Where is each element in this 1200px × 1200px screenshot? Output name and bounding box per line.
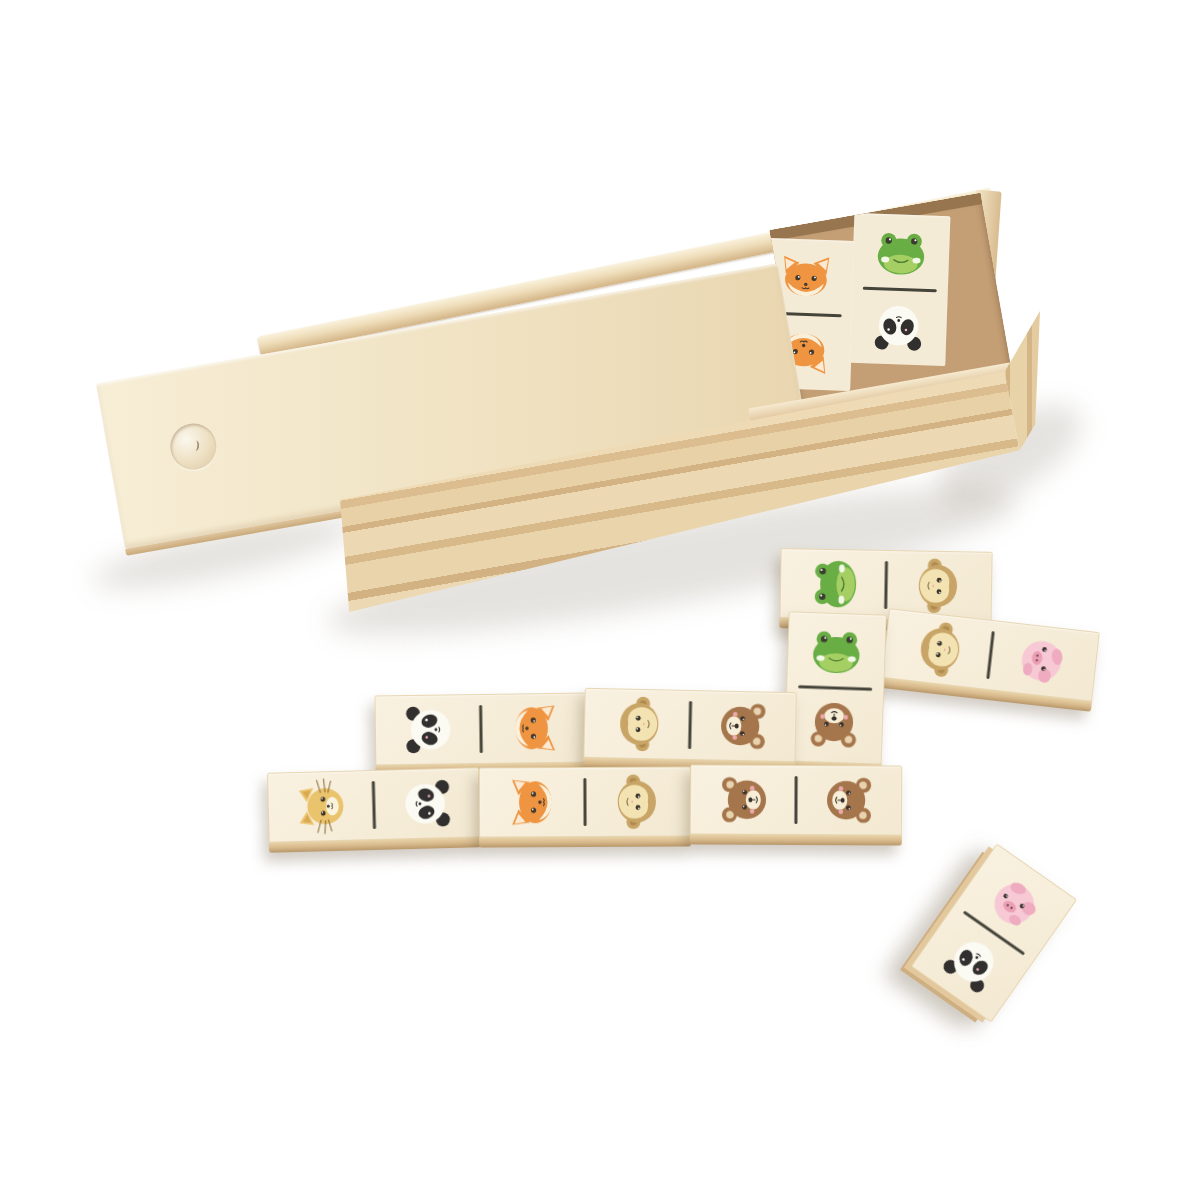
bear-face-icon xyxy=(804,695,864,755)
bear-face-icon xyxy=(819,771,877,829)
fox-face-icon xyxy=(503,773,561,831)
frog-face-icon xyxy=(871,222,931,282)
panda-face-icon xyxy=(397,774,456,833)
domino-half-monkey xyxy=(585,767,690,836)
domino-half-panda xyxy=(849,288,948,366)
monkey-face-icon xyxy=(608,773,666,831)
domino-half-panda xyxy=(373,768,480,839)
domino-half-pig xyxy=(987,621,1099,700)
cat-face-icon xyxy=(292,777,351,836)
fox-face-icon xyxy=(776,247,836,307)
pig-face-icon xyxy=(1011,629,1075,693)
domino-monkey-bear[interactable] xyxy=(583,688,797,772)
panda-face-icon xyxy=(399,700,458,759)
bear-face-icon xyxy=(713,696,772,755)
lid-thumb-notch[interactable] xyxy=(167,420,220,473)
frog-face-icon xyxy=(806,621,866,681)
domino-half-panda xyxy=(375,695,481,764)
domino-divider-line xyxy=(583,778,586,827)
domino-half-cat xyxy=(268,771,375,842)
domino-face xyxy=(911,843,1077,1022)
domino-face xyxy=(479,766,691,837)
panda-face-icon xyxy=(869,297,929,357)
domino-half-monkey xyxy=(882,609,994,688)
domino-face xyxy=(849,213,950,366)
domino-monkey-pig[interactable] xyxy=(880,608,1100,711)
domino-divider-line xyxy=(794,776,797,825)
domino-pig-panda[interactable] xyxy=(911,843,1077,1022)
domino-half-monkey xyxy=(584,689,690,759)
domino-half-frog xyxy=(781,549,887,619)
domino-half-bear xyxy=(689,691,795,761)
domino-face xyxy=(784,611,887,764)
monkey-face-icon xyxy=(608,694,667,753)
domino-half-bear xyxy=(691,765,796,834)
product-photo-scene xyxy=(0,0,1200,1200)
domino-half-frog xyxy=(787,612,886,689)
domino-half-fox xyxy=(480,768,585,837)
domino-panda-fox[interactable] xyxy=(374,693,587,776)
domino-face xyxy=(267,767,481,843)
bear-face-icon xyxy=(714,771,772,829)
domino-face xyxy=(374,693,587,766)
domino-fox-monkey[interactable] xyxy=(479,766,691,847)
domino-bear-bear[interactable] xyxy=(690,764,902,845)
fox-face-icon xyxy=(504,699,563,758)
domino-half-fox xyxy=(480,694,586,763)
domino-cat-panda[interactable] xyxy=(267,767,481,853)
domino-face xyxy=(583,688,796,762)
monkey-face-icon xyxy=(906,617,970,681)
domino-face xyxy=(779,548,992,622)
domino-frog-panda[interactable] xyxy=(849,213,950,366)
domino-half-frog xyxy=(852,213,951,291)
domino-face xyxy=(690,764,902,835)
domino-half-bear xyxy=(785,686,884,763)
frog-face-icon xyxy=(804,555,863,614)
monkey-face-icon xyxy=(909,556,968,615)
domino-half-bear xyxy=(796,766,901,835)
domino-frog-bear[interactable] xyxy=(783,611,887,774)
